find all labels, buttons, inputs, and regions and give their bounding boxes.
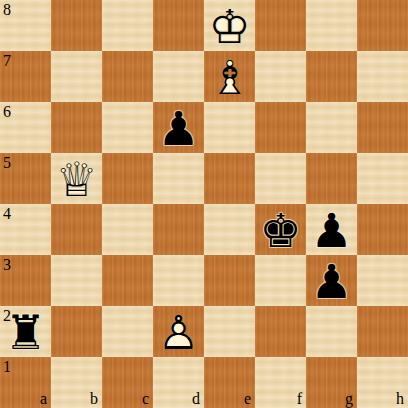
square-b8[interactable]	[51, 0, 102, 51]
white-pawn-outline-icon: ♙	[153, 306, 204, 357]
white-queen-outline-icon: ♕	[51, 153, 102, 204]
piece-white-queen[interactable]: ♛♕	[51, 153, 102, 204]
file-label-b: b	[90, 391, 98, 407]
square-g3[interactable]: ♟	[306, 255, 357, 306]
square-g8[interactable]	[306, 0, 357, 51]
black-pawn-icon: ♟	[153, 102, 204, 153]
square-d4[interactable]	[153, 204, 204, 255]
square-g2[interactable]	[306, 306, 357, 357]
piece-black-king[interactable]: ♚	[255, 204, 306, 255]
square-c1[interactable]: c	[102, 357, 153, 408]
square-d6[interactable]: ♟	[153, 102, 204, 153]
file-label-e: e	[244, 391, 251, 407]
square-a8[interactable]: 8	[0, 0, 51, 51]
white-bishop-outline-icon: ♗	[204, 51, 255, 102]
chess-board: 8♚♔7♝♗6♟5♛♕4♚♟3♟2♜♟♙1abcdefgh	[0, 0, 408, 408]
piece-black-pawn[interactable]: ♟	[306, 255, 357, 306]
square-e8[interactable]: ♚♔	[204, 0, 255, 51]
file-label-d: d	[192, 391, 200, 407]
square-b5[interactable]: ♛♕	[51, 153, 102, 204]
square-f6[interactable]	[255, 102, 306, 153]
file-label-h: h	[396, 391, 404, 407]
square-b7[interactable]	[51, 51, 102, 102]
square-c7[interactable]	[102, 51, 153, 102]
square-h5[interactable]	[357, 153, 408, 204]
square-c8[interactable]	[102, 0, 153, 51]
square-g1[interactable]: g	[306, 357, 357, 408]
square-h1[interactable]: h	[357, 357, 408, 408]
file-label-g: g	[345, 391, 353, 407]
rank-label-7: 7	[3, 53, 11, 69]
rank-label-4: 4	[3, 206, 11, 222]
piece-white-king[interactable]: ♚♔	[204, 0, 255, 51]
square-d5[interactable]	[153, 153, 204, 204]
file-label-c: c	[142, 391, 149, 407]
file-label-a: a	[40, 391, 47, 407]
black-king-icon: ♚	[255, 204, 306, 255]
square-g5[interactable]	[306, 153, 357, 204]
square-g7[interactable]	[306, 51, 357, 102]
square-h7[interactable]	[357, 51, 408, 102]
square-e4[interactable]	[204, 204, 255, 255]
square-e7[interactable]: ♝♗	[204, 51, 255, 102]
square-a3[interactable]: 3	[0, 255, 51, 306]
square-f5[interactable]	[255, 153, 306, 204]
square-f1[interactable]: f	[255, 357, 306, 408]
square-f4[interactable]: ♚	[255, 204, 306, 255]
square-g6[interactable]	[306, 102, 357, 153]
black-pawn-icon: ♟	[306, 204, 357, 255]
piece-black-pawn[interactable]: ♟	[306, 204, 357, 255]
square-f3[interactable]	[255, 255, 306, 306]
square-d2[interactable]: ♟♙	[153, 306, 204, 357]
square-b2[interactable]	[51, 306, 102, 357]
chess-diagram: 8♚♔7♝♗6♟5♛♕4♚♟3♟2♜♟♙1abcdefgh	[0, 0, 408, 408]
square-d1[interactable]: d	[153, 357, 204, 408]
square-c5[interactable]	[102, 153, 153, 204]
square-h8[interactable]	[357, 0, 408, 51]
square-f8[interactable]	[255, 0, 306, 51]
square-a7[interactable]: 7	[0, 51, 51, 102]
rank-label-8: 8	[3, 2, 11, 18]
square-b6[interactable]	[51, 102, 102, 153]
square-e3[interactable]	[204, 255, 255, 306]
square-e2[interactable]	[204, 306, 255, 357]
square-e1[interactable]: e	[204, 357, 255, 408]
piece-white-bishop[interactable]: ♝♗	[204, 51, 255, 102]
square-c6[interactable]	[102, 102, 153, 153]
square-a6[interactable]: 6	[0, 102, 51, 153]
rank-label-6: 6	[3, 104, 11, 120]
square-a2[interactable]: 2♜	[0, 306, 51, 357]
square-h4[interactable]	[357, 204, 408, 255]
file-label-f: f	[297, 391, 302, 407]
square-a4[interactable]: 4	[0, 204, 51, 255]
piece-white-pawn[interactable]: ♟♙	[153, 306, 204, 357]
black-pawn-icon: ♟	[306, 255, 357, 306]
square-d8[interactable]	[153, 0, 204, 51]
square-c4[interactable]	[102, 204, 153, 255]
square-h6[interactable]	[357, 102, 408, 153]
square-b3[interactable]	[51, 255, 102, 306]
square-e6[interactable]	[204, 102, 255, 153]
square-d7[interactable]	[153, 51, 204, 102]
square-h3[interactable]	[357, 255, 408, 306]
square-b1[interactable]: b	[51, 357, 102, 408]
square-c2[interactable]	[102, 306, 153, 357]
square-c3[interactable]	[102, 255, 153, 306]
square-a1[interactable]: 1a	[0, 357, 51, 408]
square-b4[interactable]	[51, 204, 102, 255]
square-f7[interactable]	[255, 51, 306, 102]
square-d3[interactable]	[153, 255, 204, 306]
rank-label-5: 5	[3, 155, 11, 171]
white-king-outline-icon: ♔	[204, 0, 255, 51]
square-f2[interactable]	[255, 306, 306, 357]
square-g4[interactable]: ♟	[306, 204, 357, 255]
square-a5[interactable]: 5	[0, 153, 51, 204]
rank-label-2: 2	[3, 308, 11, 324]
square-h2[interactable]	[357, 306, 408, 357]
rank-label-1: 1	[3, 359, 11, 375]
rank-label-3: 3	[3, 257, 11, 273]
square-e5[interactable]	[204, 153, 255, 204]
piece-black-pawn[interactable]: ♟	[153, 102, 204, 153]
